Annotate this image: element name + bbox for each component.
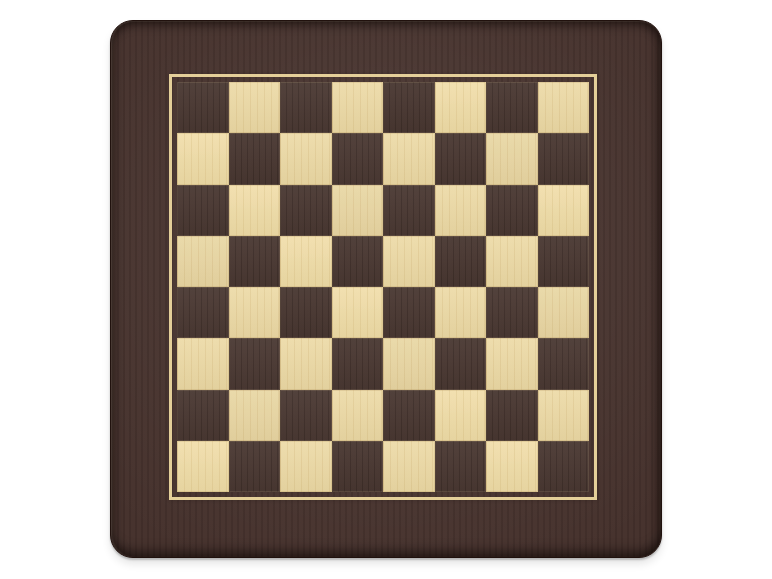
square-c1[interactable] [280,441,332,492]
square-e7[interactable] [383,133,435,184]
square-c6[interactable] [280,185,332,236]
square-b2[interactable] [229,390,281,441]
square-a3[interactable] [177,338,229,389]
square-c5[interactable] [280,236,332,287]
square-c7[interactable] [280,133,332,184]
board-grid [177,82,589,492]
square-e3[interactable] [383,338,435,389]
square-d2[interactable] [332,390,384,441]
square-d6[interactable] [332,185,384,236]
photo-background [0,0,772,579]
square-d8[interactable] [332,82,384,133]
square-f5[interactable] [435,236,487,287]
square-b4[interactable] [229,287,281,338]
square-e4[interactable] [383,287,435,338]
square-c2[interactable] [280,390,332,441]
square-b7[interactable] [229,133,281,184]
square-b5[interactable] [229,236,281,287]
square-b1[interactable] [229,441,281,492]
square-h1[interactable] [538,441,590,492]
square-f7[interactable] [435,133,487,184]
square-b8[interactable] [229,82,281,133]
square-e2[interactable] [383,390,435,441]
square-g5[interactable] [486,236,538,287]
square-d1[interactable] [332,441,384,492]
square-h8[interactable] [538,82,590,133]
square-a1[interactable] [177,441,229,492]
square-a8[interactable] [177,82,229,133]
square-g2[interactable] [486,390,538,441]
square-a7[interactable] [177,133,229,184]
square-c8[interactable] [280,82,332,133]
square-h2[interactable] [538,390,590,441]
square-d7[interactable] [332,133,384,184]
playing-area [169,74,597,500]
square-f3[interactable] [435,338,487,389]
square-f6[interactable] [435,185,487,236]
square-b3[interactable] [229,338,281,389]
square-g7[interactable] [486,133,538,184]
square-g3[interactable] [486,338,538,389]
square-c4[interactable] [280,287,332,338]
square-d3[interactable] [332,338,384,389]
square-f1[interactable] [435,441,487,492]
square-a6[interactable] [177,185,229,236]
square-h3[interactable] [538,338,590,389]
square-e1[interactable] [383,441,435,492]
square-g8[interactable] [486,82,538,133]
square-a5[interactable] [177,236,229,287]
square-h7[interactable] [538,133,590,184]
square-e8[interactable] [383,82,435,133]
square-d4[interactable] [332,287,384,338]
square-e5[interactable] [383,236,435,287]
square-b6[interactable] [229,185,281,236]
square-d5[interactable] [332,236,384,287]
square-g6[interactable] [486,185,538,236]
square-h6[interactable] [538,185,590,236]
square-g4[interactable] [486,287,538,338]
square-a2[interactable] [177,390,229,441]
square-h5[interactable] [538,236,590,287]
square-f2[interactable] [435,390,487,441]
square-g1[interactable] [486,441,538,492]
square-f8[interactable] [435,82,487,133]
chessboard-frame [110,20,662,558]
square-c3[interactable] [280,338,332,389]
square-a4[interactable] [177,287,229,338]
square-f4[interactable] [435,287,487,338]
square-h4[interactable] [538,287,590,338]
square-e6[interactable] [383,185,435,236]
